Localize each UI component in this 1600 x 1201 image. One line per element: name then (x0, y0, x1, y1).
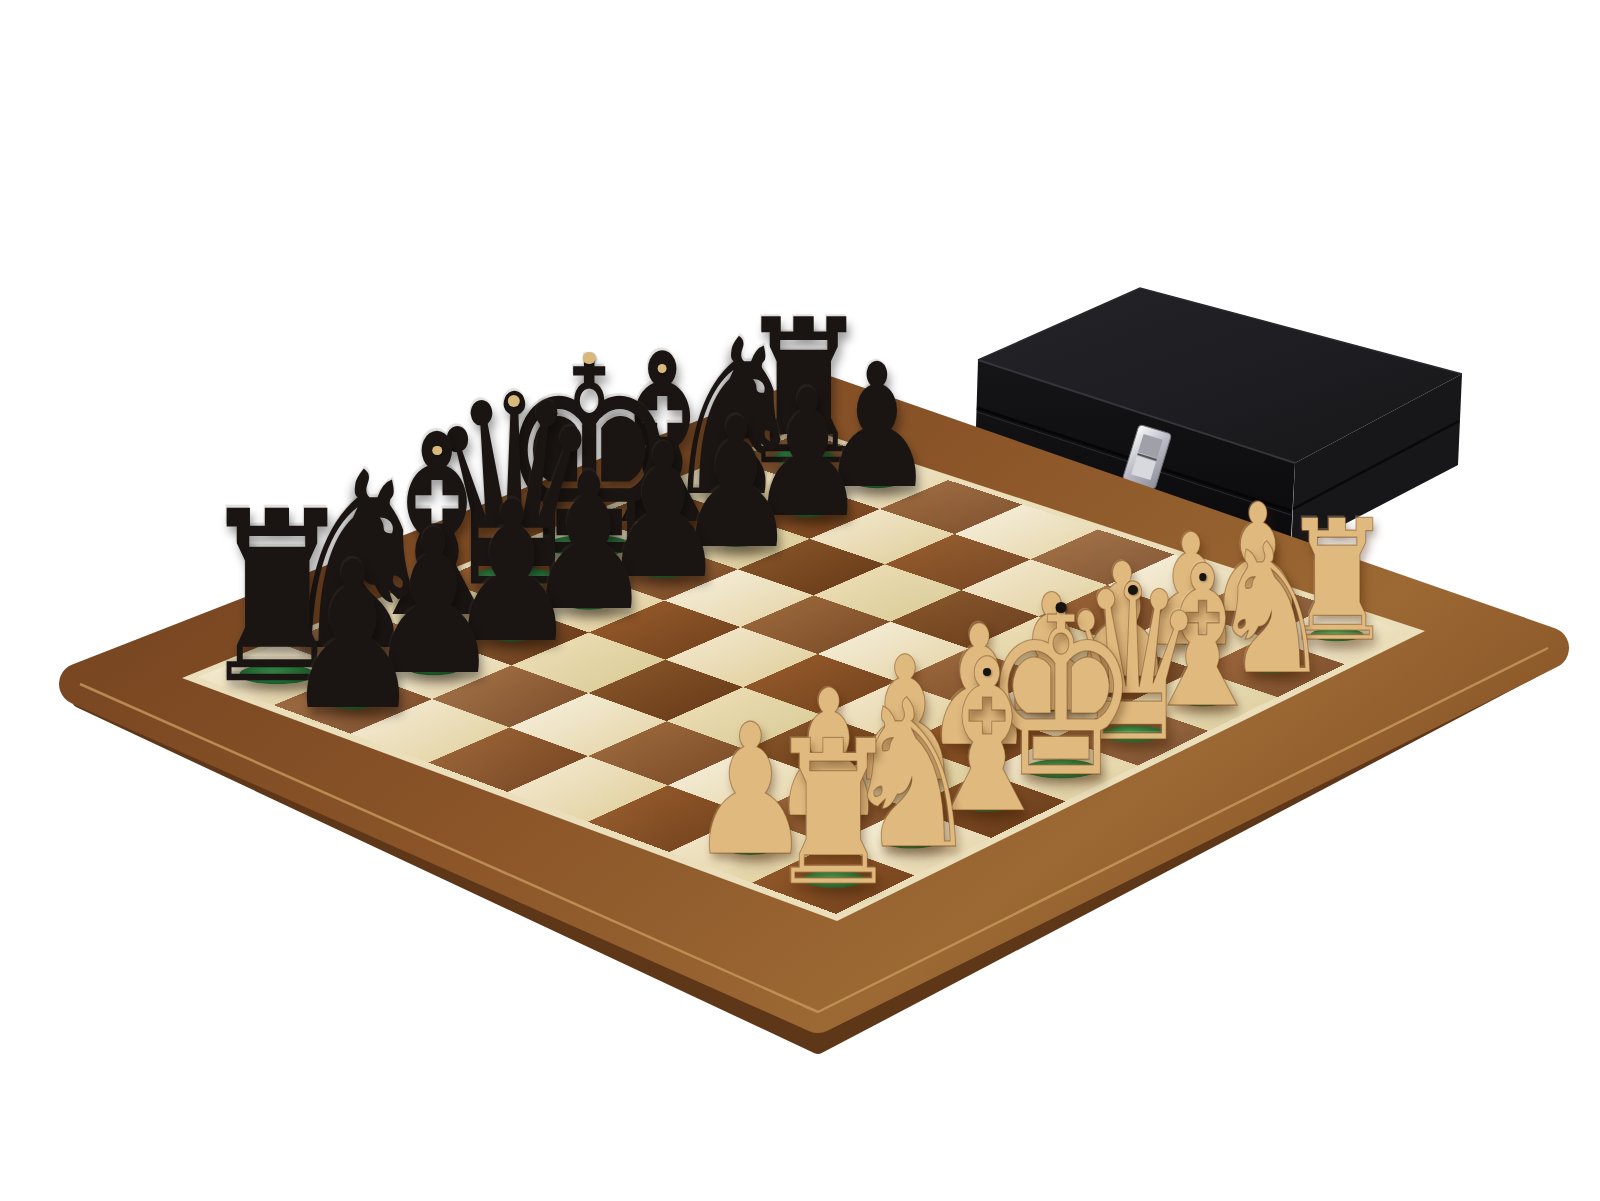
chess-set-product-photo: ♜♞♝♛♚♝♞♜♟♟♟♟♟♟♟♟♟♟♟♟♟♟♟♟♜♞♝♚♛♝♞♜ (0, 0, 1600, 1201)
pawn-glyph: ♟ (284, 535, 422, 738)
rook-glyph: ♜ (766, 716, 901, 915)
finial-dot (1055, 602, 1066, 613)
finial-dot (983, 668, 991, 676)
